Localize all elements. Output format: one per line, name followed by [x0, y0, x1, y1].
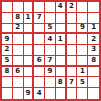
cell-r7c9[interactable]: [88, 67, 99, 78]
cell-r9c1[interactable]: [2, 88, 13, 99]
cell-r7c6[interactable]: [56, 67, 67, 78]
cell-r1c1[interactable]: [2, 2, 13, 13]
cell-r3c1[interactable]: [2, 24, 13, 35]
cell-r2c7[interactable]: [67, 13, 78, 24]
cell-r6c5: 7: [45, 56, 56, 67]
cell-r5c2[interactable]: [13, 45, 24, 56]
cell-r9c9[interactable]: [88, 88, 99, 99]
cell-r3c3[interactable]: [24, 24, 35, 35]
cell-r4c9: 2: [88, 34, 99, 45]
cell-r4c2[interactable]: [13, 34, 24, 45]
cell-r9c6[interactable]: [56, 88, 67, 99]
cell-r5c6[interactable]: [56, 45, 67, 56]
cell-r1c6: 4: [56, 2, 67, 13]
cell-r4c3[interactable]: [24, 34, 35, 45]
cell-r6c4: 6: [34, 56, 45, 67]
cell-r9c5[interactable]: [45, 88, 56, 99]
cell-r3c5: 5: [45, 24, 56, 35]
cell-r4c5: 4: [45, 34, 56, 45]
cell-r7c7[interactable]: [67, 67, 78, 78]
cell-r6c1: 5: [2, 56, 13, 67]
cell-r2c2: 8: [13, 13, 24, 24]
cell-r1c2[interactable]: [13, 2, 24, 13]
cell-r7c1: 8: [2, 67, 13, 78]
cell-r8c2[interactable]: [13, 77, 24, 88]
cell-r1c7: 2: [67, 2, 78, 13]
cell-r8c7: 7: [67, 77, 78, 88]
cell-r5c1: 2: [2, 45, 13, 56]
cell-r5c5[interactable]: [45, 45, 56, 56]
cell-r5c7[interactable]: [67, 45, 78, 56]
cell-r6c6[interactable]: [56, 56, 67, 67]
cell-r4c7[interactable]: [67, 34, 78, 45]
cell-r5c8[interactable]: [77, 45, 88, 56]
cell-r2c1[interactable]: [2, 13, 13, 24]
cell-r4c4[interactable]: [34, 34, 45, 45]
cell-r7c5: 9: [45, 67, 56, 78]
cell-r1c4[interactable]: [34, 2, 45, 13]
cell-r8c8: 5: [77, 77, 88, 88]
cell-r8c4[interactable]: [34, 77, 45, 88]
cell-r3c4[interactable]: [34, 24, 45, 35]
cell-r4c1: 9: [2, 34, 13, 45]
cell-r6c3[interactable]: [24, 56, 35, 67]
cell-r4c8[interactable]: [77, 34, 88, 45]
cell-r3c6[interactable]: [56, 24, 67, 35]
cell-r2c6[interactable]: [56, 13, 67, 24]
cell-r6c9: 8: [88, 56, 99, 67]
cell-r5c9: 3: [88, 45, 99, 56]
cell-r7c4[interactable]: [34, 67, 45, 78]
cell-r7c3[interactable]: [24, 67, 35, 78]
cell-r9c8[interactable]: [77, 88, 88, 99]
cell-r2c5[interactable]: [45, 13, 56, 24]
cell-r3c2: 2: [13, 24, 24, 35]
cell-r3c7[interactable]: [67, 24, 78, 35]
cell-r1c5[interactable]: [45, 2, 56, 13]
cell-r8c9[interactable]: [88, 77, 99, 88]
cell-r1c3[interactable]: [24, 2, 35, 13]
cell-r7c8: 1: [77, 67, 88, 78]
cell-r3c9: 1: [88, 24, 99, 35]
cell-r1c9[interactable]: [88, 2, 99, 13]
cell-r9c4: 4: [34, 88, 45, 99]
cell-r6c7[interactable]: [67, 56, 78, 67]
cell-r5c4[interactable]: [34, 45, 45, 56]
cell-r8c1[interactable]: [2, 77, 13, 88]
cell-r2c3: 1: [24, 13, 35, 24]
cell-r3c8: 9: [77, 24, 88, 35]
cell-r9c7[interactable]: [67, 88, 78, 99]
cell-r8c5[interactable]: [45, 77, 56, 88]
sudoku-board: 4281725919412235678869187594: [0, 0, 101, 101]
cell-r2c4: 7: [34, 13, 45, 24]
cell-r2c8[interactable]: [77, 13, 88, 24]
cell-r7c2: 6: [13, 67, 24, 78]
cell-r9c2[interactable]: [13, 88, 24, 99]
cell-r2c9[interactable]: [88, 13, 99, 24]
cell-r8c6: 8: [56, 77, 67, 88]
cell-r9c3: 9: [24, 88, 35, 99]
cell-r6c2[interactable]: [13, 56, 24, 67]
cell-r1c8[interactable]: [77, 2, 88, 13]
cell-r4c6: 1: [56, 34, 67, 45]
cell-r8c3[interactable]: [24, 77, 35, 88]
cell-r6c8[interactable]: [77, 56, 88, 67]
cell-r5c3[interactable]: [24, 45, 35, 56]
